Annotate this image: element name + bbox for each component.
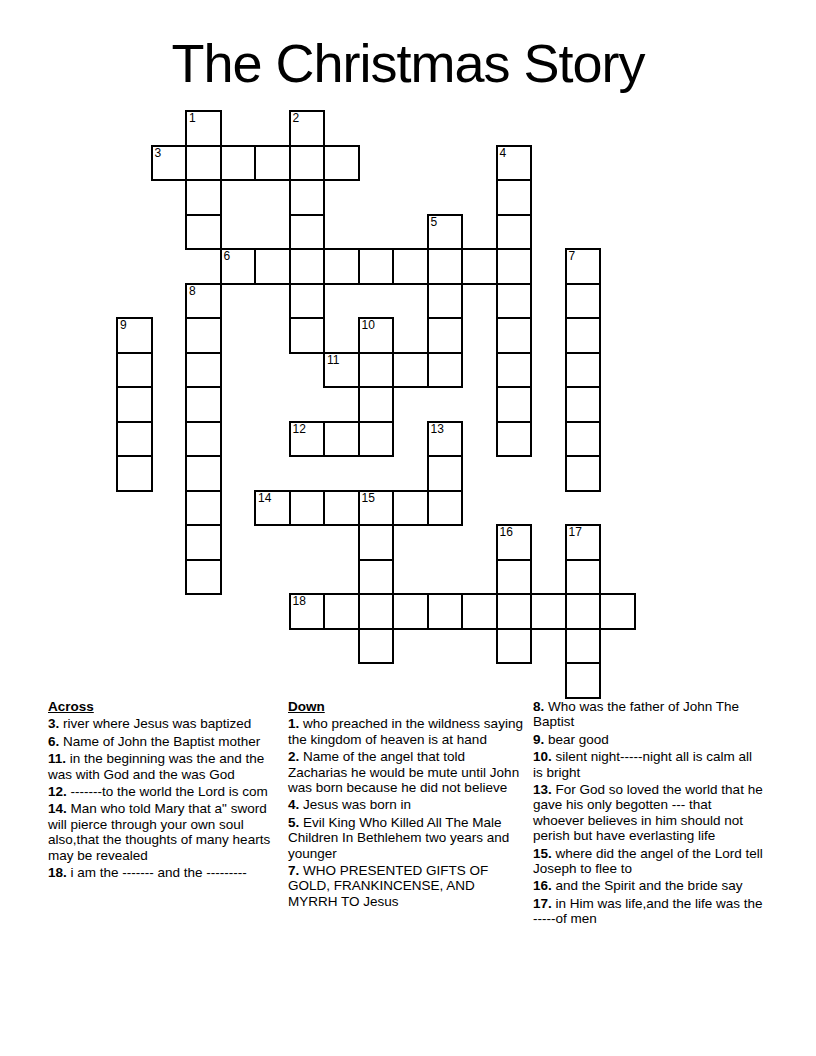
grid-cell-r6c2[interactable] — [185, 317, 222, 354]
grid-cell-r9c5[interactable]: 12 — [289, 421, 326, 458]
grid-cell-r4c7[interactable] — [358, 248, 395, 285]
clue-across-12: 12. -------to the world the Lord is com — [48, 784, 282, 799]
grid-cell-r9c13[interactable] — [565, 421, 602, 458]
grid-cell-r5c9[interactable] — [427, 283, 464, 320]
grid-cell-r14c8[interactable] — [392, 593, 429, 630]
grid-cell-r14c6[interactable] — [323, 593, 360, 630]
grid-cell-r5c2[interactable]: 8 — [185, 283, 222, 320]
grid-cell-r6c9[interactable] — [427, 317, 464, 354]
grid-cell-r3c9[interactable]: 5 — [427, 214, 464, 251]
grid-cell-r14c9[interactable] — [427, 593, 464, 630]
grid-cell-r14c11[interactable] — [496, 593, 533, 630]
grid-cell-r6c11[interactable] — [496, 317, 533, 354]
grid-cell-r7c2[interactable] — [185, 352, 222, 389]
grid-cell-r6c13[interactable] — [565, 317, 602, 354]
grid-cell-r13c7[interactable] — [358, 559, 395, 596]
cell-number: 17 — [569, 526, 582, 539]
grid-cell-r11c7[interactable]: 15 — [358, 490, 395, 527]
grid-cell-r14c5[interactable]: 18 — [289, 593, 326, 630]
clue-down-1: 1. who preached in the wildness saying t… — [288, 716, 528, 747]
cell-number: 2 — [293, 112, 300, 125]
grid-cell-r3c5[interactable] — [289, 214, 326, 251]
grid-cell-r15c7[interactable] — [358, 628, 395, 665]
grid-cell-r0c5[interactable]: 2 — [289, 110, 326, 147]
grid-cell-r7c8[interactable] — [392, 352, 429, 389]
cell-number: 16 — [500, 526, 513, 539]
grid-cell-r8c13[interactable] — [565, 386, 602, 423]
grid-cell-r11c6[interactable] — [323, 490, 360, 527]
grid-cell-r9c9[interactable]: 13 — [427, 421, 464, 458]
grid-cell-r14c7[interactable] — [358, 593, 395, 630]
grid-cell-r7c7[interactable] — [358, 352, 395, 389]
grid-cell-r9c0[interactable] — [116, 421, 153, 458]
grid-cell-r4c13[interactable]: 7 — [565, 248, 602, 285]
grid-cell-r7c9[interactable] — [427, 352, 464, 389]
grid-cell-r11c4[interactable]: 14 — [254, 490, 291, 527]
grid-cell-r8c7[interactable] — [358, 386, 395, 423]
cell-number: 4 — [500, 147, 507, 160]
grid-cell-r1c4[interactable] — [254, 145, 291, 182]
clue-across-14: 14. Man who told Mary that a" sword will… — [48, 801, 282, 863]
clue-down-13: 13. For God so loved the world that he g… — [533, 782, 763, 844]
cell-number: 13 — [431, 423, 444, 436]
grid-cell-r3c2[interactable] — [185, 214, 222, 251]
cell-number: 18 — [293, 595, 306, 608]
cell-number: 10 — [362, 319, 375, 332]
down-clue-list-continued: 8. Who was the father of John The Baptis… — [533, 699, 763, 927]
clue-down-7: 7. WHO PRESENTED GIFTS OF GOLD, FRANKINC… — [288, 863, 528, 909]
grid-cell-r14c14[interactable] — [599, 593, 636, 630]
grid-cell-r14c13[interactable] — [565, 593, 602, 630]
worksheet-page: { "game": "crossword", "page_title": "Th… — [0, 0, 816, 1056]
grid-cell-r1c6[interactable] — [323, 145, 360, 182]
grid-cell-r13c11[interactable] — [496, 559, 533, 596]
grid-cell-r6c5[interactable] — [289, 317, 326, 354]
clue-down-8: 8. Who was the father of John The Baptis… — [533, 699, 763, 730]
grid-cell-r14c10[interactable] — [461, 593, 498, 630]
grid-cell-r1c11[interactable]: 4 — [496, 145, 533, 182]
cell-number: 3 — [155, 147, 162, 160]
grid-cell-r6c7[interactable]: 10 — [358, 317, 395, 354]
cell-number: 5 — [431, 216, 438, 229]
cell-number: 14 — [258, 492, 271, 505]
across-heading: Across — [48, 699, 282, 714]
clue-down-16: 16. and the Spirit and the bride say — [533, 878, 763, 893]
cell-number: 15 — [362, 492, 375, 505]
clue-down-4: 4. Jesus was born in — [288, 797, 528, 812]
clue-down-9: 9. bear good — [533, 732, 763, 747]
cell-number: 11 — [327, 354, 339, 367]
grid-cell-r9c7[interactable] — [358, 421, 395, 458]
grid-cell-r11c2[interactable] — [185, 490, 222, 527]
cell-number: 12 — [293, 423, 306, 436]
clue-across-11: 11. in the beginning was the and the was… — [48, 751, 282, 782]
grid-cell-r8c2[interactable] — [185, 386, 222, 423]
grid-cell-r11c8[interactable] — [392, 490, 429, 527]
grid-cell-r14c12[interactable] — [530, 593, 567, 630]
grid-cell-r1c2[interactable] — [185, 145, 222, 182]
down-heading: Down — [288, 699, 528, 714]
down-clues-column-continued: 8. Who was the father of John The Baptis… — [533, 699, 763, 929]
grid-cell-r5c13[interactable] — [565, 283, 602, 320]
grid-cell-r10c9[interactable] — [427, 455, 464, 492]
grid-cell-r0c2[interactable]: 1 — [185, 110, 222, 147]
grid-cell-r1c5[interactable] — [289, 145, 326, 182]
grid-cell-r4c8[interactable] — [392, 248, 429, 285]
crossword-grid: 123456789101112131415161718 — [116, 110, 636, 699]
cell-number: 9 — [120, 319, 127, 332]
grid-cell-r13c2[interactable] — [185, 559, 222, 596]
grid-cell-r11c9[interactable] — [427, 490, 464, 527]
grid-cell-r10c0[interactable] — [116, 455, 153, 492]
grid-cell-r11c5[interactable] — [289, 490, 326, 527]
grid-cell-r1c1[interactable]: 3 — [151, 145, 188, 182]
grid-cell-r10c13[interactable] — [565, 455, 602, 492]
clue-across-3: 3. river where Jesus was baptized — [48, 716, 282, 731]
grid-cell-r15c13[interactable] — [565, 628, 602, 665]
grid-cell-r12c11[interactable]: 16 — [496, 524, 533, 561]
grid-cell-r9c6[interactable] — [323, 421, 360, 458]
grid-cell-r4c11[interactable] — [496, 248, 533, 285]
grid-cell-r6c0[interactable]: 9 — [116, 317, 153, 354]
clue-down-10: 10. silent night-----night all is calm a… — [533, 749, 763, 780]
clue-down-17: 17. in Him was life,and the life was the… — [533, 896, 763, 927]
clue-down-5: 5. Evil King Who Killed All The Male Chi… — [288, 815, 528, 861]
grid-cell-r1c3[interactable] — [220, 145, 257, 182]
grid-cell-r13c13[interactable] — [565, 559, 602, 596]
grid-cell-r12c2[interactable] — [185, 524, 222, 561]
cell-number: 7 — [569, 250, 576, 263]
grid-cell-r4c5[interactable] — [289, 248, 326, 285]
clue-across-18: 18. i am the ------- and the --------- — [48, 865, 282, 880]
grid-cell-r12c13[interactable]: 17 — [565, 524, 602, 561]
grid-cell-r2c11[interactable] — [496, 179, 533, 216]
grid-cell-r2c5[interactable] — [289, 179, 326, 216]
across-clue-list: 3. river where Jesus was baptized6. Name… — [48, 716, 282, 880]
grid-cell-r2c2[interactable] — [185, 179, 222, 216]
page-title: The Christmas Story — [0, 32, 816, 94]
grid-cell-r15c11[interactable] — [496, 628, 533, 665]
grid-cell-r4c6[interactable] — [323, 248, 360, 285]
down-clue-list: 1. who preached in the wildness saying t… — [288, 716, 528, 909]
grid-cell-r5c5[interactable] — [289, 283, 326, 320]
clue-down-2: 2. Name of the angel that told Zacharias… — [288, 749, 528, 795]
grid-cell-r7c11[interactable] — [496, 352, 533, 389]
cell-number: 8 — [189, 285, 196, 298]
clue-down-15: 15. where did the angel of the Lord tell… — [533, 846, 763, 877]
grid-cell-r7c13[interactable] — [565, 352, 602, 389]
down-clues-column: Down 1. who preached in the wildness say… — [288, 699, 528, 911]
grid-cell-r8c11[interactable] — [496, 386, 533, 423]
grid-cell-r4c9[interactable] — [427, 248, 464, 285]
grid-cell-r10c2[interactable] — [185, 455, 222, 492]
grid-cell-r9c2[interactable] — [185, 421, 222, 458]
grid-cell-r16c13[interactable] — [565, 662, 602, 699]
grid-cell-r5c11[interactable] — [496, 283, 533, 320]
cell-number: 6 — [224, 250, 231, 263]
grid-cell-r12c7[interactable] — [358, 524, 395, 561]
grid-cell-r8c0[interactable] — [116, 386, 153, 423]
grid-cell-r4c4[interactable] — [254, 248, 291, 285]
cell-number: 1 — [189, 112, 196, 125]
grid-cell-r3c11[interactable] — [496, 214, 533, 251]
clue-across-6: 6. Name of John the Baptist mother — [48, 734, 282, 749]
grid-cell-r4c10[interactable] — [461, 248, 498, 285]
grid-cell-r4c3[interactable]: 6 — [220, 248, 257, 285]
grid-cell-r9c11[interactable] — [496, 421, 533, 458]
across-clues-column: Across 3. river where Jesus was baptized… — [48, 699, 282, 882]
grid-cell-r7c6[interactable]: 11 — [323, 352, 360, 389]
grid-cell-r7c0[interactable] — [116, 352, 153, 389]
